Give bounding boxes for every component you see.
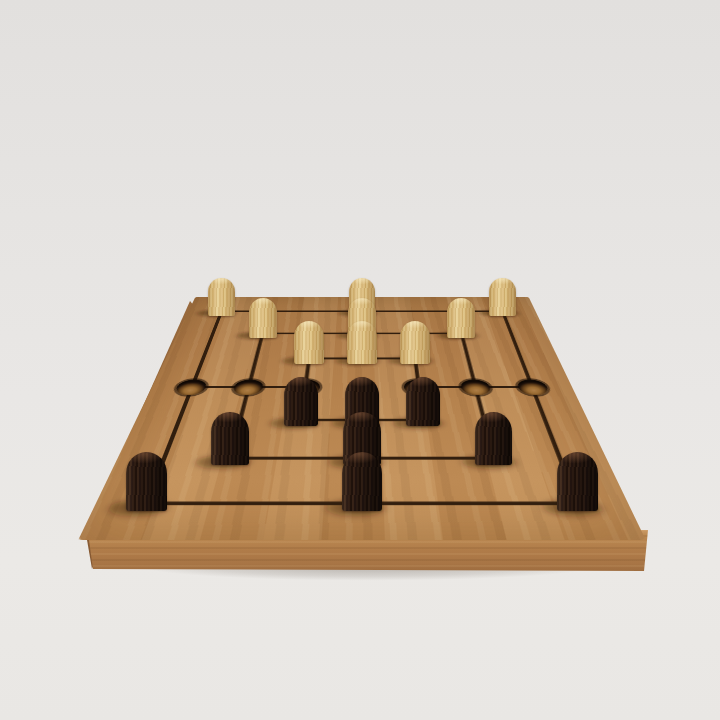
board-filler [290, 301, 340, 322]
black-peg-f2[interactable] [475, 412, 512, 466]
board-filler [249, 480, 327, 529]
board-filler [490, 346, 553, 373]
point-b4[interactable] [215, 372, 280, 403]
board-filler [439, 346, 499, 373]
nine-mens-morris-scene [0, 0, 720, 720]
board-filler [140, 403, 215, 438]
white-peg-a7[interactable] [208, 278, 234, 316]
point-a4[interactable] [156, 372, 225, 403]
board-filler [183, 322, 242, 346]
board-filler [259, 438, 330, 479]
board-filler [483, 322, 542, 346]
hole-g4 [515, 379, 550, 395]
board-filler [170, 346, 233, 373]
black-peg-a1[interactable] [126, 452, 167, 510]
black-peg-c3[interactable] [284, 377, 318, 427]
white-peg-c5[interactable] [294, 321, 324, 364]
black-peg-b2[interactable] [211, 412, 248, 466]
white-peg-d5[interactable] [347, 321, 377, 364]
board-filler [509, 403, 584, 438]
black-peg-e3[interactable] [406, 377, 440, 427]
black-peg-d1[interactable] [342, 452, 383, 510]
point-f4[interactable] [444, 372, 509, 403]
hole-f4 [459, 379, 492, 395]
black-peg-g1[interactable] [557, 452, 598, 510]
hole-b4 [232, 379, 265, 395]
white-peg-e5[interactable] [400, 321, 430, 364]
board-filler [385, 301, 435, 322]
board-filler [396, 480, 474, 529]
board-filler [225, 346, 285, 373]
white-peg-g7[interactable] [489, 278, 515, 316]
board-filler [394, 438, 465, 479]
white-peg-b6[interactable] [249, 298, 277, 338]
hole-a4 [174, 379, 209, 395]
point-g4[interactable] [499, 372, 568, 403]
white-peg-f6[interactable] [447, 298, 475, 338]
board-filler [174, 480, 259, 529]
